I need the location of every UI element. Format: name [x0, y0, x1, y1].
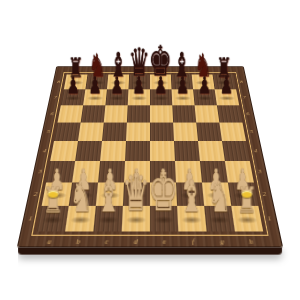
photo-background: abcdefgh1122334455667788♜♞♝♛♚♝♞♜♟♟♟♟♟♟♟♟…	[0, 0, 300, 300]
file-label-e: e	[157, 236, 172, 246]
file-label-g: g	[214, 236, 230, 246]
white-rook-icon: ♜	[237, 183, 257, 219]
rank-label-right-5: 5	[247, 129, 256, 135]
rank-label-left-6: 6	[48, 111, 57, 117]
piece-black-pawn-h7[interactable]: ♟	[205, 50, 249, 97]
rank-label-left-5: 5	[44, 129, 53, 135]
file-label-b: b	[70, 236, 86, 246]
black-pawn-icon: ♟	[220, 73, 233, 97]
square-f6[interactable]	[172, 105, 196, 122]
chess-board: abcdefgh1122334455667788♜♞♝♛♚♝♞♜♟♟♟♟♟♟♟♟…	[17, 66, 283, 247]
board-side-edge	[18, 247, 282, 254]
gold-cap-icon	[242, 191, 252, 198]
file-label-c: c	[99, 236, 114, 246]
square-c6[interactable]	[104, 105, 128, 122]
square-d6[interactable]	[127, 105, 150, 122]
rank-label-right-6: 6	[244, 111, 253, 117]
file-label-d: d	[128, 236, 143, 246]
file-label-h: h	[243, 236, 259, 246]
square-a6[interactable]	[58, 105, 84, 122]
square-h6[interactable]	[217, 105, 243, 122]
file-label-f: f	[186, 236, 201, 246]
board-scene: abcdefgh1122334455667788♜♞♝♛♚♝♞♜♟♟♟♟♟♟♟♟…	[0, 0, 300, 300]
file-label-a: a	[41, 236, 57, 246]
square-e6[interactable]	[150, 105, 173, 122]
piece-white-rook-h1[interactable]: ♜	[219, 158, 274, 218]
square-g6[interactable]	[195, 105, 220, 122]
square-b6[interactable]	[81, 105, 106, 122]
